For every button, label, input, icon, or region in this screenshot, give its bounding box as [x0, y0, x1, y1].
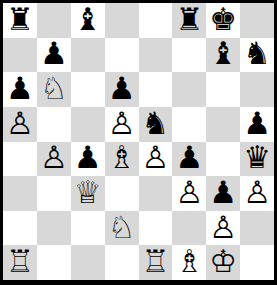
square-c8[interactable]: ♝	[71, 3, 105, 38]
white-knight-icon: ♘	[108, 212, 136, 243]
square-g2[interactable]: ♙	[206, 211, 240, 246]
square-d6[interactable]: ♟	[105, 72, 139, 107]
square-b7[interactable]: ♟	[37, 38, 71, 73]
square-h1[interactable]	[240, 245, 274, 280]
square-g1[interactable]: ♔	[206, 245, 240, 280]
square-b3[interactable]	[37, 176, 71, 211]
white-queen-icon: ♕	[74, 177, 102, 208]
black-bishop-icon: ♝	[209, 38, 237, 69]
black-knight-icon: ♞	[142, 108, 170, 139]
chess-board-frame: ♜♝♜♚♟♝♞♟♘♟♙♙♞♟♙♟♗♙♟♛♕♙♟♙♘♙♖♖♗♔	[0, 0, 277, 285]
square-d2[interactable]: ♘	[105, 211, 139, 246]
square-c5[interactable]	[71, 107, 105, 142]
square-d8[interactable]	[105, 3, 139, 38]
square-a6[interactable]: ♟	[3, 72, 37, 107]
square-d7[interactable]	[105, 38, 139, 73]
white-pawn-icon: ♙	[108, 108, 136, 139]
square-a8[interactable]: ♜	[3, 3, 37, 38]
square-f1[interactable]: ♗	[172, 245, 206, 280]
square-a1[interactable]: ♖	[3, 245, 37, 280]
square-a2[interactable]	[3, 211, 37, 246]
black-pawn-icon: ♟	[243, 108, 271, 139]
square-e6[interactable]	[139, 72, 173, 107]
square-f4[interactable]: ♟	[172, 142, 206, 177]
white-king-icon: ♔	[209, 246, 237, 277]
square-b2[interactable]	[37, 211, 71, 246]
square-f8[interactable]: ♜	[172, 3, 206, 38]
chess-board: ♜♝♜♚♟♝♞♟♘♟♙♙♞♟♙♟♗♙♟♛♕♙♟♙♘♙♖♖♗♔	[3, 3, 274, 280]
black-king-icon: ♚	[209, 4, 237, 35]
black-pawn-icon: ♟	[175, 142, 203, 173]
square-h3[interactable]: ♙	[240, 176, 274, 211]
square-f7[interactable]	[172, 38, 206, 73]
square-d1[interactable]	[105, 245, 139, 280]
square-a3[interactable]	[3, 176, 37, 211]
square-h7[interactable]: ♞	[240, 38, 274, 73]
black-queen-icon: ♛	[243, 142, 271, 173]
square-c3[interactable]: ♕	[71, 176, 105, 211]
white-knight-icon: ♘	[40, 73, 68, 104]
square-a4[interactable]	[3, 142, 37, 177]
square-b6[interactable]: ♘	[37, 72, 71, 107]
black-pawn-icon: ♟	[74, 142, 102, 173]
white-bishop-icon: ♗	[108, 142, 136, 173]
square-d4[interactable]: ♗	[105, 142, 139, 177]
square-e2[interactable]	[139, 211, 173, 246]
square-e8[interactable]	[139, 3, 173, 38]
white-pawn-icon: ♙	[40, 142, 68, 173]
black-rook-icon: ♜	[175, 4, 203, 35]
square-g8[interactable]: ♚	[206, 3, 240, 38]
square-b1[interactable]	[37, 245, 71, 280]
square-c7[interactable]	[71, 38, 105, 73]
square-b4[interactable]: ♙	[37, 142, 71, 177]
square-g7[interactable]: ♝	[206, 38, 240, 73]
white-pawn-icon: ♙	[6, 108, 34, 139]
square-e7[interactable]	[139, 38, 173, 73]
square-h5[interactable]: ♟	[240, 107, 274, 142]
square-b8[interactable]	[37, 3, 71, 38]
square-a5[interactable]: ♙	[3, 107, 37, 142]
square-f3[interactable]: ♙	[172, 176, 206, 211]
square-g5[interactable]	[206, 107, 240, 142]
square-h8[interactable]	[240, 3, 274, 38]
square-b5[interactable]	[37, 107, 71, 142]
black-knight-icon: ♞	[243, 38, 271, 69]
square-g3[interactable]: ♟	[206, 176, 240, 211]
square-c4[interactable]: ♟	[71, 142, 105, 177]
white-rook-icon: ♖	[142, 246, 170, 277]
square-f5[interactable]	[172, 107, 206, 142]
white-pawn-icon: ♙	[175, 177, 203, 208]
white-pawn-icon: ♙	[142, 142, 170, 173]
square-g4[interactable]	[206, 142, 240, 177]
square-d5[interactable]: ♙	[105, 107, 139, 142]
square-c1[interactable]	[71, 245, 105, 280]
square-e4[interactable]: ♙	[139, 142, 173, 177]
black-bishop-icon: ♝	[74, 4, 102, 35]
square-f6[interactable]	[172, 72, 206, 107]
black-pawn-icon: ♟	[40, 38, 68, 69]
square-e5[interactable]: ♞	[139, 107, 173, 142]
square-c2[interactable]	[71, 211, 105, 246]
square-e1[interactable]: ♖	[139, 245, 173, 280]
white-rook-icon: ♖	[6, 246, 34, 277]
square-e3[interactable]	[139, 176, 173, 211]
square-f2[interactable]	[172, 211, 206, 246]
black-pawn-icon: ♟	[6, 73, 34, 104]
square-a7[interactable]	[3, 38, 37, 73]
square-h4[interactable]: ♛	[240, 142, 274, 177]
square-h2[interactable]	[240, 211, 274, 246]
square-h6[interactable]	[240, 72, 274, 107]
black-pawn-icon: ♟	[108, 73, 136, 104]
black-rook-icon: ♜	[6, 4, 34, 35]
white-pawn-icon: ♙	[243, 177, 271, 208]
square-g6[interactable]	[206, 72, 240, 107]
square-c6[interactable]	[71, 72, 105, 107]
white-pawn-icon: ♙	[209, 212, 237, 243]
white-bishop-icon: ♗	[175, 246, 203, 277]
black-pawn-icon: ♟	[209, 177, 237, 208]
square-d3[interactable]	[105, 176, 139, 211]
